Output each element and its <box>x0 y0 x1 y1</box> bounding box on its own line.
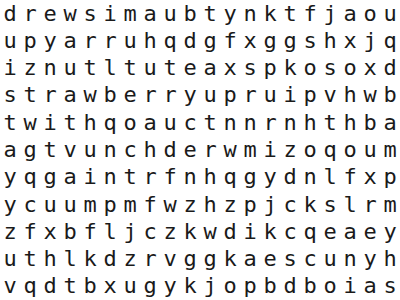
grid-cell[interactable]: e <box>40 0 60 27</box>
grid-cell[interactable]: b <box>180 0 200 27</box>
grid-cell[interactable]: p <box>20 27 40 54</box>
grid-cell[interactable]: z <box>220 191 240 218</box>
grid-cell[interactable]: q <box>20 273 40 300</box>
grid-cell[interactable]: a <box>140 0 160 27</box>
grid-cell[interactable]: s <box>300 27 320 54</box>
grid-cell[interactable]: s <box>380 273 400 300</box>
grid-cell[interactable]: w <box>360 82 380 109</box>
grid-cell[interactable]: z <box>20 55 40 82</box>
grid-cell[interactable]: x <box>340 27 360 54</box>
grid-cell[interactable]: n <box>100 164 120 191</box>
grid-cell[interactable]: f <box>160 164 180 191</box>
grid-cell[interactable]: q <box>220 164 240 191</box>
grid-cell[interactable]: i <box>240 218 260 245</box>
grid-cell[interactable]: t <box>200 109 220 136</box>
grid-cell[interactable]: t <box>60 273 80 300</box>
grid-cell[interactable]: d <box>380 55 400 82</box>
grid-cell[interactable]: r <box>240 82 260 109</box>
grid-cell[interactable]: f <box>300 0 320 27</box>
grid-cell[interactable]: a <box>340 0 360 27</box>
grid-cell[interactable]: i <box>260 136 280 163</box>
grid-cell[interactable]: r <box>80 27 100 54</box>
grid-cell[interactable]: r <box>260 109 280 136</box>
grid-cell[interactable]: h <box>300 109 320 136</box>
grid-cell[interactable]: c <box>20 191 40 218</box>
grid-cell[interactable]: e <box>180 136 200 163</box>
grid-cell[interactable]: x <box>40 218 60 245</box>
grid-cell[interactable]: r <box>160 82 180 109</box>
grid-cell[interactable]: t <box>160 55 180 82</box>
grid-cell[interactable]: h <box>140 27 160 54</box>
grid-cell[interactable]: i <box>0 55 20 82</box>
grid-cell[interactable]: a <box>0 136 20 163</box>
grid-cell[interactable]: c <box>300 245 320 272</box>
grid-cell[interactable]: j <box>260 191 280 218</box>
grid-cell[interactable]: t <box>320 109 340 136</box>
grid-cell[interactable]: t <box>20 245 40 272</box>
grid-cell[interactable]: r <box>20 0 40 27</box>
grid-cell[interactable]: n <box>300 164 320 191</box>
grid-cell[interactable]: a <box>60 164 80 191</box>
grid-cell[interactable]: q <box>160 27 180 54</box>
grid-cell[interactable]: d <box>100 245 120 272</box>
grid-cell[interactable]: a <box>240 245 260 272</box>
grid-cell[interactable]: k <box>180 218 200 245</box>
grid-cell[interactable]: o <box>220 273 240 300</box>
grid-cell[interactable]: k <box>180 273 200 300</box>
grid-cell[interactable]: f <box>20 218 40 245</box>
grid-cell[interactable]: c <box>180 109 200 136</box>
grid-cell[interactable]: k <box>80 245 100 272</box>
grid-cell[interactable]: t <box>120 55 140 82</box>
grid-cell[interactable]: o <box>300 55 320 82</box>
grid-cell[interactable]: k <box>300 191 320 218</box>
grid-cell[interactable]: c <box>140 218 160 245</box>
grid-cell[interactable]: s <box>280 245 300 272</box>
grid-cell[interactable]: i <box>280 82 300 109</box>
grid-cell[interactable]: g <box>40 164 60 191</box>
grid-cell[interactable]: h <box>140 136 160 163</box>
grid-cell[interactable]: x <box>360 55 380 82</box>
grid-cell[interactable]: w <box>20 109 40 136</box>
grid-cell[interactable]: e <box>360 218 380 245</box>
grid-cell[interactable]: y <box>220 0 240 27</box>
grid-cell[interactable]: d <box>0 0 20 27</box>
grid-cell[interactable]: l <box>340 191 360 218</box>
grid-cell[interactable]: y <box>160 273 180 300</box>
grid-cell[interactable]: m <box>380 136 400 163</box>
grid-cell[interactable]: n <box>240 109 260 136</box>
grid-cell[interactable]: d <box>220 218 240 245</box>
grid-cell[interactable]: t <box>20 82 40 109</box>
grid-cell[interactable]: c <box>280 191 300 218</box>
grid-cell[interactable]: q <box>320 136 340 163</box>
grid-cell[interactable]: d <box>40 273 60 300</box>
grid-cell[interactable]: g <box>260 27 280 54</box>
grid-cell[interactable]: z <box>280 136 300 163</box>
grid-cell[interactable]: t <box>0 109 20 136</box>
grid-cell[interactable]: e <box>320 218 340 245</box>
grid-cell[interactable]: c <box>280 218 300 245</box>
grid-cell[interactable]: r <box>140 164 160 191</box>
grid-cell[interactable]: g <box>20 136 40 163</box>
grid-cell[interactable]: b <box>380 82 400 109</box>
grid-cell[interactable]: a <box>60 82 80 109</box>
grid-cell[interactable]: h <box>40 245 60 272</box>
grid-cell[interactable]: q <box>300 218 320 245</box>
grid-cell[interactable]: p <box>220 82 240 109</box>
grid-cell[interactable]: z <box>180 191 200 218</box>
grid-cell[interactable]: a <box>200 55 220 82</box>
grid-cell[interactable]: l <box>100 218 120 245</box>
grid-cell[interactable]: y <box>40 27 60 54</box>
grid-cell[interactable]: y <box>260 164 280 191</box>
grid-cell[interactable]: h <box>340 109 360 136</box>
grid-cell[interactable]: t <box>200 0 220 27</box>
grid-cell[interactable]: z <box>120 245 140 272</box>
grid-cell[interactable]: e <box>120 82 140 109</box>
grid-cell[interactable]: m <box>240 136 260 163</box>
grid-cell[interactable]: u <box>0 27 20 54</box>
grid-cell[interactable]: n <box>240 0 260 27</box>
grid-cell[interactable]: v <box>160 245 180 272</box>
grid-cell[interactable]: v <box>60 136 80 163</box>
grid-cell[interactable]: h <box>80 109 100 136</box>
grid-cell[interactable]: c <box>120 136 140 163</box>
grid-cell[interactable]: h <box>340 82 360 109</box>
grid-cell[interactable]: u <box>160 0 180 27</box>
grid-cell[interactable]: n <box>180 164 200 191</box>
grid-cell[interactable]: i <box>40 109 60 136</box>
grid-cell[interactable]: f <box>340 164 360 191</box>
grid-cell[interactable]: v <box>320 82 340 109</box>
grid-cell[interactable]: h <box>200 191 220 218</box>
grid-cell[interactable]: u <box>260 82 280 109</box>
grid-cell[interactable]: o <box>360 0 380 27</box>
grid-cell[interactable]: b <box>100 82 120 109</box>
grid-cell[interactable]: d <box>280 273 300 300</box>
grid-cell[interactable]: f <box>140 191 160 218</box>
grid-cell[interactable]: w <box>200 218 220 245</box>
grid-cell[interactable]: u <box>320 245 340 272</box>
grid-cell[interactable]: y <box>0 164 20 191</box>
grid-cell[interactable]: u <box>360 136 380 163</box>
grid-cell[interactable]: s <box>320 191 340 218</box>
grid-cell[interactable]: u <box>80 136 100 163</box>
grid-cell[interactable]: n <box>280 109 300 136</box>
grid-cell[interactable]: a <box>340 218 360 245</box>
grid-cell[interactable]: u <box>120 27 140 54</box>
grid-cell[interactable]: x <box>220 55 240 82</box>
grid-cell[interactable]: w <box>160 191 180 218</box>
grid-cell[interactable]: o <box>340 55 360 82</box>
grid-cell[interactable]: t <box>40 136 60 163</box>
grid-cell[interactable]: n <box>100 136 120 163</box>
grid-cell[interactable]: u <box>200 82 220 109</box>
grid-cell[interactable]: r <box>360 191 380 218</box>
grid-cell[interactable]: h <box>320 27 340 54</box>
grid-cell[interactable]: m <box>120 0 140 27</box>
grid-cell[interactable]: u <box>60 55 80 82</box>
grid-cell[interactable]: m <box>80 191 100 218</box>
grid-cell[interactable]: p <box>240 191 260 218</box>
grid-cell[interactable]: y <box>180 82 200 109</box>
grid-cell[interactable]: s <box>320 55 340 82</box>
grid-cell[interactable]: b <box>260 273 280 300</box>
grid-cell[interactable]: z <box>160 218 180 245</box>
grid-cell[interactable]: i <box>340 273 360 300</box>
grid-cell[interactable]: q <box>380 27 400 54</box>
grid-cell[interactable]: o <box>320 273 340 300</box>
grid-cell[interactable]: j <box>120 218 140 245</box>
grid-cell[interactable]: p <box>260 55 280 82</box>
grid-cell[interactable]: w <box>80 82 100 109</box>
grid-cell[interactable]: t <box>280 0 300 27</box>
grid-cell[interactable]: r <box>40 82 60 109</box>
grid-cell[interactable]: o <box>340 136 360 163</box>
grid-cell[interactable]: s <box>0 82 20 109</box>
grid-cell[interactable]: k <box>260 0 280 27</box>
grid-cell[interactable]: z <box>0 218 20 245</box>
grid-cell[interactable]: r <box>140 245 160 272</box>
grid-cell[interactable]: o <box>300 136 320 163</box>
grid-cell[interactable]: g <box>180 245 200 272</box>
grid-cell[interactable]: p <box>100 191 120 218</box>
grid-cell[interactable]: y <box>380 218 400 245</box>
grid-cell[interactable]: m <box>380 191 400 218</box>
grid-cell[interactable]: u <box>0 245 20 272</box>
grid-cell[interactable]: r <box>200 136 220 163</box>
grid-cell[interactable]: t <box>60 109 80 136</box>
grid-cell[interactable]: b <box>300 273 320 300</box>
grid-cell[interactable]: q <box>100 109 120 136</box>
grid-cell[interactable]: q <box>20 164 40 191</box>
word-search-grid: drewsimaubtynktfjaouupyarruhqdgfxggshxjq… <box>0 0 400 300</box>
grid-cell[interactable]: k <box>260 218 280 245</box>
grid-cell[interactable]: y <box>0 191 20 218</box>
grid-cell[interactable]: m <box>120 191 140 218</box>
grid-cell[interactable]: g <box>200 27 220 54</box>
grid-cell[interactable]: j <box>360 27 380 54</box>
grid-cell[interactable]: d <box>160 136 180 163</box>
grid-cell[interactable]: h <box>200 164 220 191</box>
grid-cell[interactable]: b <box>360 109 380 136</box>
grid-cell[interactable]: i <box>100 0 120 27</box>
grid-cell[interactable]: u <box>380 0 400 27</box>
grid-cell[interactable]: r <box>100 27 120 54</box>
grid-cell[interactable]: o <box>120 109 140 136</box>
grid-cell[interactable]: g <box>200 245 220 272</box>
grid-cell[interactable]: f <box>80 218 100 245</box>
grid-cell[interactable]: k <box>280 55 300 82</box>
grid-cell[interactable]: s <box>240 55 260 82</box>
grid-cell[interactable]: u <box>160 109 180 136</box>
grid-cell[interactable]: n <box>40 55 60 82</box>
grid-cell[interactable]: g <box>280 27 300 54</box>
grid-cell[interactable]: j <box>320 0 340 27</box>
grid-cell[interactable]: n <box>340 245 360 272</box>
grid-cell[interactable]: p <box>300 82 320 109</box>
grid-cell[interactable]: u <box>140 55 160 82</box>
grid-cell[interactable]: j <box>200 273 220 300</box>
grid-cell[interactable]: l <box>100 55 120 82</box>
grid-cell[interactable]: l <box>320 164 340 191</box>
grid-cell[interactable]: a <box>380 109 400 136</box>
grid-cell[interactable]: x <box>100 273 120 300</box>
grid-cell[interactable]: t <box>80 55 100 82</box>
grid-cell[interactable]: s <box>80 0 100 27</box>
grid-cell[interactable]: a <box>360 273 380 300</box>
grid-cell[interactable]: u <box>60 191 80 218</box>
grid-cell[interactable]: x <box>360 164 380 191</box>
grid-cell[interactable]: f <box>220 27 240 54</box>
grid-cell[interactable]: k <box>220 245 240 272</box>
grid-cell[interactable]: y <box>360 245 380 272</box>
grid-cell[interactable]: g <box>140 273 160 300</box>
grid-cell[interactable]: d <box>280 164 300 191</box>
grid-cell[interactable]: l <box>60 245 80 272</box>
grid-cell[interactable]: i <box>80 164 100 191</box>
grid-cell[interactable]: e <box>180 55 200 82</box>
grid-cell[interactable]: g <box>240 164 260 191</box>
grid-cell[interactable]: a <box>140 109 160 136</box>
grid-cell[interactable]: v <box>0 273 20 300</box>
grid-cell[interactable]: w <box>60 0 80 27</box>
grid-cell[interactable]: a <box>60 27 80 54</box>
grid-cell[interactable]: x <box>240 27 260 54</box>
grid-cell[interactable]: u <box>120 273 140 300</box>
grid-cell[interactable]: b <box>60 218 80 245</box>
grid-cell[interactable]: b <box>80 273 100 300</box>
grid-cell[interactable]: e <box>260 245 280 272</box>
grid-cell[interactable]: r <box>140 82 160 109</box>
grid-cell[interactable]: n <box>220 109 240 136</box>
grid-cell[interactable]: w <box>220 136 240 163</box>
grid-cell[interactable]: p <box>380 164 400 191</box>
grid-cell[interactable]: h <box>380 245 400 272</box>
grid-cell[interactable]: d <box>180 27 200 54</box>
grid-cell[interactable]: p <box>240 273 260 300</box>
grid-cell[interactable]: u <box>40 191 60 218</box>
grid-cell[interactable]: t <box>120 164 140 191</box>
